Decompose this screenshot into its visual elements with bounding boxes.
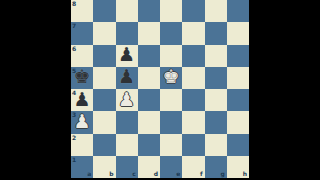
square-e7[interactable] [160,22,182,44]
piece-black-pawn[interactable]: ♟ [74,90,91,109]
square-b7[interactable] [93,22,115,44]
piece-white-pawn[interactable]: ♟ [118,90,135,109]
square-g3[interactable] [205,111,227,133]
square-f7[interactable] [182,22,204,44]
square-a6[interactable]: 6 [71,45,93,67]
square-d3[interactable] [138,111,160,133]
file-label-b: b [109,171,113,177]
square-f8[interactable] [182,0,204,22]
square-a1[interactable]: 1a [71,156,93,178]
square-g2[interactable] [205,134,227,156]
square-d8[interactable] [138,0,160,22]
square-f4[interactable] [182,89,204,111]
square-a7[interactable]: 7 [71,22,93,44]
square-f2[interactable] [182,134,204,156]
square-b5[interactable] [93,67,115,89]
square-h5[interactable] [227,67,249,89]
square-h8[interactable] [227,0,249,22]
square-f3[interactable] [182,111,204,133]
square-c3[interactable] [116,111,138,133]
square-g7[interactable] [205,22,227,44]
square-h4[interactable] [227,89,249,111]
square-g1[interactable]: g [205,156,227,178]
rank-label-6: 6 [72,46,76,52]
square-e5[interactable]: ♚ [160,67,182,89]
letterboxed-stage: 876♟5♚♟♚4♟♟3♟21abcdefgh [0,0,320,180]
file-label-c: c [132,171,136,177]
square-d4[interactable] [138,89,160,111]
piece-black-king[interactable]: ♚ [74,67,91,86]
square-d5[interactable] [138,67,160,89]
square-d1[interactable]: d [138,156,160,178]
square-c8[interactable] [116,0,138,22]
square-f5[interactable] [182,67,204,89]
square-e3[interactable] [160,111,182,133]
square-h2[interactable] [227,134,249,156]
square-a2[interactable]: 2 [71,134,93,156]
square-a3[interactable]: 3♟ [71,111,93,133]
square-h6[interactable] [227,45,249,67]
square-g4[interactable] [205,89,227,111]
rank-label-8: 8 [72,1,76,7]
file-label-f: f [200,171,203,177]
chess-board: 876♟5♚♟♚4♟♟3♟21abcdefgh [71,0,249,178]
square-h3[interactable] [227,111,249,133]
square-g8[interactable] [205,0,227,22]
file-label-d: d [154,171,158,177]
file-label-e: e [176,171,180,177]
square-b4[interactable] [93,89,115,111]
piece-black-pawn[interactable]: ♟ [118,67,135,86]
square-c6[interactable]: ♟ [116,45,138,67]
rank-label-1: 1 [72,157,76,163]
square-g6[interactable] [205,45,227,67]
file-label-h: h [243,171,247,177]
square-e8[interactable] [160,0,182,22]
square-c2[interactable] [116,134,138,156]
square-d2[interactable] [138,134,160,156]
piece-white-king[interactable]: ♚ [163,67,180,86]
file-label-a: a [87,171,91,177]
square-b6[interactable] [93,45,115,67]
square-c4[interactable]: ♟ [116,89,138,111]
square-c7[interactable] [116,22,138,44]
square-e1[interactable]: e [160,156,182,178]
square-h1[interactable]: h [227,156,249,178]
square-a8[interactable]: 8 [71,0,93,22]
square-b8[interactable] [93,0,115,22]
square-c1[interactable]: c [116,156,138,178]
square-d7[interactable] [138,22,160,44]
square-e4[interactable] [160,89,182,111]
square-b1[interactable]: b [93,156,115,178]
square-f1[interactable]: f [182,156,204,178]
square-b2[interactable] [93,134,115,156]
file-label-g: g [220,171,224,177]
piece-black-pawn[interactable]: ♟ [118,45,135,64]
square-g5[interactable] [205,67,227,89]
rank-label-7: 7 [72,23,76,29]
square-d6[interactable] [138,45,160,67]
square-a4[interactable]: 4♟ [71,89,93,111]
square-b3[interactable] [93,111,115,133]
square-c5[interactable]: ♟ [116,67,138,89]
square-e6[interactable] [160,45,182,67]
square-f6[interactable] [182,45,204,67]
square-a5[interactable]: 5♚ [71,67,93,89]
square-e2[interactable] [160,134,182,156]
rank-label-2: 2 [72,135,76,141]
piece-white-pawn[interactable]: ♟ [74,112,91,131]
square-h7[interactable] [227,22,249,44]
